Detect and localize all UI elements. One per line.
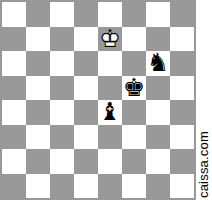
black-bishop-piece: ♝: [98, 100, 122, 125]
square-g5[interactable]: [146, 76, 170, 101]
square-g2[interactable]: [146, 149, 170, 174]
square-g1[interactable]: [146, 174, 170, 199]
square-c4[interactable]: [50, 100, 74, 125]
square-g7[interactable]: [146, 27, 170, 52]
square-f5[interactable]: ♚: [122, 76, 146, 101]
square-b1[interactable]: [26, 174, 50, 199]
square-f1[interactable]: [122, 174, 146, 199]
square-d8[interactable]: [74, 2, 98, 27]
square-d5[interactable]: [74, 76, 98, 101]
square-g3[interactable]: [146, 125, 170, 150]
square-c3[interactable]: [50, 125, 74, 150]
square-d7[interactable]: [74, 27, 98, 52]
square-a8[interactable]: [2, 2, 26, 27]
black-knight-piece: ♞: [146, 51, 170, 76]
square-f3[interactable]: [122, 125, 146, 150]
square-b3[interactable]: [26, 125, 50, 150]
square-e7[interactable]: ♚♔: [98, 27, 122, 52]
square-h1[interactable]: [170, 174, 194, 199]
black-king-piece: ♚: [122, 76, 146, 101]
square-h6[interactable]: [170, 51, 194, 76]
square-h4[interactable]: [170, 100, 194, 125]
square-d6[interactable]: [74, 51, 98, 76]
square-e8[interactable]: [98, 2, 122, 27]
square-e3[interactable]: [98, 125, 122, 150]
square-f6[interactable]: [122, 51, 146, 76]
square-g6[interactable]: ♞: [146, 51, 170, 76]
square-e6[interactable]: [98, 51, 122, 76]
square-h7[interactable]: [170, 27, 194, 52]
square-d4[interactable]: [74, 100, 98, 125]
square-b4[interactable]: [26, 100, 50, 125]
square-e2[interactable]: [98, 149, 122, 174]
square-a4[interactable]: [2, 100, 26, 125]
branding-link[interactable]: caissa.com: [196, 131, 211, 198]
square-c6[interactable]: [50, 51, 74, 76]
square-b8[interactable]: [26, 2, 50, 27]
chess-diagram: ♚♔♞♚♝ caissa.com: [0, 0, 212, 200]
square-d1[interactable]: [74, 174, 98, 199]
square-c7[interactable]: [50, 27, 74, 52]
square-b6[interactable]: [26, 51, 50, 76]
square-h2[interactable]: [170, 149, 194, 174]
square-d2[interactable]: [74, 149, 98, 174]
square-d3[interactable]: [74, 125, 98, 150]
square-g8[interactable]: [146, 2, 170, 27]
square-a5[interactable]: [2, 76, 26, 101]
square-e1[interactable]: [98, 174, 122, 199]
square-f4[interactable]: [122, 100, 146, 125]
square-e4[interactable]: ♝: [98, 100, 122, 125]
square-h5[interactable]: [170, 76, 194, 101]
square-a6[interactable]: [2, 51, 26, 76]
square-b2[interactable]: [26, 149, 50, 174]
square-c8[interactable]: [50, 2, 74, 27]
square-f2[interactable]: [122, 149, 146, 174]
square-a2[interactable]: [2, 149, 26, 174]
square-c5[interactable]: [50, 76, 74, 101]
square-f8[interactable]: [122, 2, 146, 27]
sidebar: caissa.com: [196, 0, 212, 200]
square-e5[interactable]: [98, 76, 122, 101]
square-c1[interactable]: [50, 174, 74, 199]
square-a3[interactable]: [2, 125, 26, 150]
square-b7[interactable]: [26, 27, 50, 52]
square-h3[interactable]: [170, 125, 194, 150]
square-g4[interactable]: [146, 100, 170, 125]
square-c2[interactable]: [50, 149, 74, 174]
square-b5[interactable]: [26, 76, 50, 101]
square-f7[interactable]: [122, 27, 146, 52]
square-a7[interactable]: [2, 27, 26, 52]
square-a1[interactable]: [2, 174, 26, 199]
square-h8[interactable]: [170, 2, 194, 27]
chess-board: ♚♔♞♚♝: [2, 2, 194, 198]
board-frame: ♚♔♞♚♝: [0, 0, 196, 200]
white-king-piece: ♚♔: [98, 27, 122, 52]
